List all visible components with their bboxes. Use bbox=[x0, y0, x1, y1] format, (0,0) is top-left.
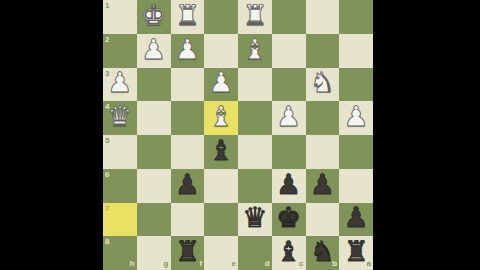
square-d6[interactable] bbox=[238, 169, 272, 203]
square-b8[interactable]: b♞ bbox=[306, 236, 340, 270]
black-rook[interactable]: ♜ bbox=[344, 238, 369, 266]
square-h6[interactable]: 6 bbox=[103, 169, 137, 203]
square-f8[interactable]: f♜ bbox=[171, 236, 205, 270]
square-f2[interactable]: ♟ bbox=[171, 34, 205, 68]
black-pawn[interactable]: ♟ bbox=[276, 171, 301, 199]
square-g5[interactable] bbox=[137, 135, 171, 169]
square-a1[interactable] bbox=[339, 0, 373, 34]
square-c8[interactable]: c♝ bbox=[272, 236, 306, 270]
black-bishop[interactable]: ♝ bbox=[276, 238, 301, 266]
black-pawn[interactable]: ♟ bbox=[175, 171, 200, 199]
square-b2[interactable] bbox=[306, 34, 340, 68]
file-label-g: g bbox=[164, 260, 169, 268]
square-f7[interactable] bbox=[171, 203, 205, 237]
white-king[interactable]: ♚ bbox=[141, 2, 166, 30]
file-label-e: e bbox=[232, 260, 236, 268]
square-d3[interactable] bbox=[238, 68, 272, 102]
square-f4[interactable] bbox=[171, 101, 205, 135]
square-c1[interactable] bbox=[272, 0, 306, 34]
square-d8[interactable]: d bbox=[238, 236, 272, 270]
square-a6[interactable] bbox=[339, 169, 373, 203]
black-rook[interactable]: ♜ bbox=[175, 238, 200, 266]
square-g6[interactable] bbox=[137, 169, 171, 203]
rank-label-1: 1 bbox=[105, 2, 109, 10]
square-g7[interactable] bbox=[137, 203, 171, 237]
square-b4[interactable] bbox=[306, 101, 340, 135]
square-c4[interactable]: ♟ bbox=[272, 101, 306, 135]
square-a8[interactable]: a♜ bbox=[339, 236, 373, 270]
square-d5[interactable] bbox=[238, 135, 272, 169]
rank-label-7: 7 bbox=[105, 205, 109, 213]
square-f3[interactable] bbox=[171, 68, 205, 102]
square-h5[interactable]: 5 bbox=[103, 135, 137, 169]
rank-label-2: 2 bbox=[105, 36, 109, 44]
right-black-bar bbox=[373, 0, 480, 270]
chess-board: 1♚♜♜2♟♟♝3♟♟♞4♛♝♟♟5♝6♟♟♟7♛♚♟8hgf♜edc♝b♞a♜ bbox=[103, 0, 373, 270]
square-h1[interactable]: 1 bbox=[103, 0, 137, 34]
square-h3[interactable]: 3♟ bbox=[103, 68, 137, 102]
square-e1[interactable] bbox=[204, 0, 238, 34]
square-g3[interactable] bbox=[137, 68, 171, 102]
square-c2[interactable] bbox=[272, 34, 306, 68]
square-d4[interactable] bbox=[238, 101, 272, 135]
white-pawn[interactable]: ♟ bbox=[276, 103, 301, 131]
square-e6[interactable] bbox=[204, 169, 238, 203]
square-g4[interactable] bbox=[137, 101, 171, 135]
white-bishop[interactable]: ♝ bbox=[209, 103, 234, 131]
left-black-bar bbox=[0, 0, 103, 270]
square-c5[interactable] bbox=[272, 135, 306, 169]
app-window: 1♚♜♜2♟♟♝3♟♟♞4♛♝♟♟5♝6♟♟♟7♛♚♟8hgf♜edc♝b♞a♜ bbox=[0, 0, 480, 270]
rank-label-8: 8 bbox=[105, 238, 109, 246]
white-pawn[interactable]: ♟ bbox=[209, 69, 234, 97]
square-h7[interactable]: 7 bbox=[103, 203, 137, 237]
square-f1[interactable]: ♜ bbox=[171, 0, 205, 34]
white-bishop[interactable]: ♝ bbox=[242, 36, 267, 64]
square-h4[interactable]: 4♛ bbox=[103, 101, 137, 135]
square-c7[interactable]: ♚ bbox=[272, 203, 306, 237]
square-h8[interactable]: 8h bbox=[103, 236, 137, 270]
square-b1[interactable] bbox=[306, 0, 340, 34]
black-queen[interactable]: ♛ bbox=[242, 204, 267, 232]
square-f5[interactable] bbox=[171, 135, 205, 169]
square-a2[interactable] bbox=[339, 34, 373, 68]
square-g2[interactable]: ♟ bbox=[137, 34, 171, 68]
file-label-h: h bbox=[130, 260, 135, 268]
square-b7[interactable] bbox=[306, 203, 340, 237]
square-h2[interactable]: 2 bbox=[103, 34, 137, 68]
white-rook[interactable]: ♜ bbox=[242, 2, 267, 30]
square-a4[interactable]: ♟ bbox=[339, 101, 373, 135]
rank-label-6: 6 bbox=[105, 171, 109, 179]
black-bishop[interactable]: ♝ bbox=[209, 137, 234, 165]
rank-label-5: 5 bbox=[105, 137, 109, 145]
square-g8[interactable]: g bbox=[137, 236, 171, 270]
square-a3[interactable] bbox=[339, 68, 373, 102]
file-label-f: f bbox=[200, 260, 203, 268]
square-b6[interactable]: ♟ bbox=[306, 169, 340, 203]
square-e4[interactable]: ♝ bbox=[204, 101, 238, 135]
square-a7[interactable]: ♟ bbox=[339, 203, 373, 237]
white-queen[interactable]: ♛ bbox=[107, 103, 132, 131]
black-knight[interactable]: ♞ bbox=[310, 238, 335, 266]
square-b3[interactable]: ♞ bbox=[306, 68, 340, 102]
white-pawn[interactable]: ♟ bbox=[107, 69, 132, 97]
square-e2[interactable] bbox=[204, 34, 238, 68]
square-e8[interactable]: e bbox=[204, 236, 238, 270]
square-d7[interactable]: ♛ bbox=[238, 203, 272, 237]
file-label-d: d bbox=[265, 260, 270, 268]
black-pawn[interactable]: ♟ bbox=[344, 204, 369, 232]
square-e7[interactable] bbox=[204, 203, 238, 237]
black-king[interactable]: ♚ bbox=[276, 204, 301, 232]
square-e5[interactable]: ♝ bbox=[204, 135, 238, 169]
square-c6[interactable]: ♟ bbox=[272, 169, 306, 203]
square-c3[interactable] bbox=[272, 68, 306, 102]
white-rook[interactable]: ♜ bbox=[175, 2, 200, 30]
square-f6[interactable]: ♟ bbox=[171, 169, 205, 203]
square-d1[interactable]: ♜ bbox=[238, 0, 272, 34]
square-a5[interactable] bbox=[339, 135, 373, 169]
white-pawn[interactable]: ♟ bbox=[175, 36, 200, 64]
square-b5[interactable] bbox=[306, 135, 340, 169]
white-pawn[interactable]: ♟ bbox=[141, 36, 166, 64]
black-pawn[interactable]: ♟ bbox=[310, 171, 335, 199]
white-pawn[interactable]: ♟ bbox=[344, 103, 369, 131]
white-knight[interactable]: ♞ bbox=[310, 69, 335, 97]
square-d2[interactable]: ♝ bbox=[238, 34, 272, 68]
square-e3[interactable]: ♟ bbox=[204, 68, 238, 102]
square-g1[interactable]: ♚ bbox=[137, 0, 171, 34]
